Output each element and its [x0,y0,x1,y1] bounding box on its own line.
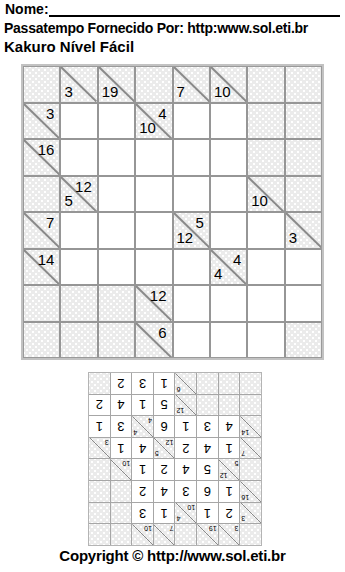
down-clue-sum: 3 [289,230,297,245]
entry-cell-r4c6: 1 [111,438,132,459]
entry-cell-r4c3: 2 [176,438,197,459]
clue-cell-r1c3: 104 [176,503,197,524]
down-clue-sum: 19 [102,84,119,99]
solution-digit: 3 [204,419,211,434]
down-clue-sum: 3 [105,439,109,446]
solution-digit: 1 [96,419,103,434]
block-cell-r1c6 [248,104,283,139]
solution-digit: 4 [161,484,168,499]
clue-cell-r5c0: 14 [24,250,59,285]
across-clue-sum: 7 [241,451,245,458]
entry-cell-r1c1: 2 [219,503,240,524]
entry-cell-r6c6: 4 [111,395,132,416]
down-clue-sum: 4 [148,417,152,424]
block-cell-r2c7 [89,481,110,502]
solution-digit: 3 [182,484,189,499]
block-cell-r2c6 [111,481,132,502]
entry-cell-r1c4: 1 [154,503,175,524]
clue-cell-r0c1: 3 [219,524,240,545]
clue-cell-r5c0: 14 [240,416,261,437]
down-clue-sum: 10 [214,84,231,99]
clue-cell-r7c3: 6 [136,323,171,358]
clue-cell-r4c0: 7 [24,213,59,248]
entry-cell-r4c2 [99,213,134,248]
solution-digit: 6 [204,484,211,499]
entry-cell-r7c5: 3 [132,373,153,394]
entry-cell-r3c3 [136,177,171,212]
down-clue-sum: 12 [177,230,194,245]
solution-digit: 4 [225,419,232,434]
across-clue-sum: 6 [177,386,181,393]
entry-cell-r7c4: 1 [154,373,175,394]
block-cell-r7c2 [197,373,218,394]
down-clue-sum: 10 [139,120,156,135]
down-clue-sum: 3 [64,84,72,99]
entry-cell-r6c4: 5 [154,395,175,416]
clue-cell-r0c4: 7 [174,67,209,102]
block-cell-r6c1 [61,286,96,321]
entry-cell-r5c4 [174,250,209,285]
entry-cell-r5c6: 3 [111,416,132,437]
solution-digit: 1 [117,441,124,456]
across-clue-sum: 4 [133,429,137,436]
solution-digit: 1 [161,506,168,521]
solution-digit: 4 [204,441,211,456]
clue-cell-r5c5: 44 [132,416,153,437]
block-cell-r2c7 [286,140,321,175]
clue-cell-r0c2: 19 [99,67,134,102]
block-cell-r2c6 [248,140,283,175]
solution-digit: 4 [139,441,146,456]
entry-cell-r7c6 [248,323,283,358]
entry-cell-r4c5: 4 [132,438,153,459]
kakuro-puzzle-grid: 31971031041651210712531444126 [21,64,324,360]
solution-digit: 1 [225,484,232,499]
solution-digit: 1 [225,441,232,456]
solution-digit: 4 [117,397,124,412]
clue-cell-r4c7: 3 [89,438,110,459]
block-cell-r1c7 [286,104,321,139]
entry-cell-r2c2: 6 [197,481,218,502]
clue-cell-r6c3: 12 [176,395,197,416]
clue-cell-r0c2: 19 [197,524,218,545]
across-clue-sum: 12 [150,288,167,303]
down-clue-sum: 10 [144,525,152,532]
block-cell-r6c1 [219,395,240,416]
across-clue-sum: 14 [38,252,55,267]
clue-cell-r4c0: 7 [240,438,261,459]
clue-cell-r5c5: 44 [211,250,246,285]
clue-cell-r3c6: 10 [111,460,132,481]
clue-cell-r2c0: 16 [24,140,59,175]
entry-cell-r2c1: 1 [219,481,240,502]
kakuro-solution-grid-rotated-180: 3197103211041316163425125421107142125413… [88,372,262,546]
across-clue-sum: 4 [158,106,166,121]
entry-cell-r3c2 [99,177,134,212]
block-cell-r6c0 [24,286,59,321]
clue-cell-r0c5: 10 [211,67,246,102]
entry-cell-r3c2: 5 [197,460,218,481]
entry-cell-r3c4 [174,177,209,212]
entry-cell-r2c3: 3 [176,481,197,502]
down-clue-sum: 19 [209,525,217,532]
solution-digit: 2 [96,397,103,412]
solution-digit: 2 [117,376,124,391]
clue-cell-r1c0: 3 [240,503,261,524]
entry-cell-r1c1 [61,104,96,139]
down-clue-sum: 10 [122,461,130,468]
entry-cell-r4c6 [248,213,283,248]
solution-digit: 2 [182,441,189,456]
entry-cell-r4c3 [136,213,171,248]
name-row: Nome: [5,2,340,17]
entry-cell-r4c1: 1 [219,438,240,459]
entry-cell-r5c7 [286,250,321,285]
entry-cell-r7c6: 2 [111,373,132,394]
entry-cell-r6c5 [211,286,246,321]
name-label: Nome: [5,2,49,17]
solution-digit: 3 [117,419,124,434]
entry-cell-r6c7 [286,286,321,321]
solution-digit: 1 [204,506,211,521]
across-clue-sum: 5 [155,451,159,458]
across-clue-sum: 4 [177,515,181,522]
entry-cell-r6c5: 1 [132,395,153,416]
entry-cell-r1c4 [174,104,209,139]
entry-cell-r6c6 [248,286,283,321]
clue-cell-r4c7: 3 [286,213,321,248]
entry-cell-r7c4 [174,323,209,358]
entry-cell-r1c2 [99,104,134,139]
down-clue-sum: 5 [64,193,72,208]
across-clue-sum: 12 [220,472,228,479]
down-clue-sum: 7 [177,84,185,99]
across-clue-sum: 16 [241,494,249,501]
across-clue-sum: 12 [75,179,92,194]
entry-cell-r5c2 [99,250,134,285]
block-cell-r7c7 [89,373,110,394]
clue-cell-r6c3: 12 [136,286,171,321]
down-clue-sum: 10 [187,504,195,511]
entry-cell-r5c6 [248,250,283,285]
block-cell-r6c2 [197,395,218,416]
down-clue-sum: 4 [214,266,222,281]
across-clue-sum: 12 [177,407,185,414]
entry-cell-r5c3: 1 [176,416,197,437]
block-cell-r7c0 [240,373,261,394]
solution-digit: 2 [161,462,168,477]
entry-cell-r2c4: 4 [154,481,175,502]
entry-cell-r2c1 [61,140,96,175]
solution-digit: 5 [161,397,168,412]
name-blank-line [49,2,340,17]
page-title: Kakuro Nível Fácil [4,38,134,55]
down-clue-sum: 3 [234,525,238,532]
clue-cell-r3c1: 512 [219,460,240,481]
entry-cell-r4c2: 4 [197,438,218,459]
block-cell-r0c0 [240,524,261,545]
block-cell-r7c0 [24,323,59,358]
clue-cell-r0c1: 3 [61,67,96,102]
down-clue-sum: 12 [166,439,174,446]
block-cell-r3c0 [240,460,261,481]
entry-cell-r2c2 [99,140,134,175]
entry-cell-r6c7: 2 [89,395,110,416]
solution-digit: 2 [139,484,146,499]
block-cell-r0c6 [111,524,132,545]
solution-digit: 3 [139,506,146,521]
across-clue-sum: 3 [241,515,245,522]
entry-cell-r1c5 [211,104,246,139]
down-clue-sum: 7 [170,525,174,532]
block-cell-r0c3 [176,524,197,545]
solution-digit: 5 [204,462,211,477]
clue-cell-r1c3: 104 [136,104,171,139]
clue-cell-r3c1: 512 [61,177,96,212]
across-clue-sum: 4 [233,252,241,267]
block-cell-r0c7 [89,524,110,545]
block-cell-r0c0 [24,67,59,102]
clue-cell-r0c5: 10 [132,524,153,545]
entry-cell-r5c2: 3 [197,416,218,437]
solution-digit: 6 [161,419,168,434]
across-clue-sum: 7 [46,215,54,230]
solution-digit: 1 [139,397,146,412]
entry-cell-r5c1: 4 [219,416,240,437]
entry-cell-r6c4 [174,286,209,321]
entry-cell-r2c4 [174,140,209,175]
clue-cell-r2c0: 16 [240,481,261,502]
solution-digit: 1 [182,419,189,434]
block-cell-r7c7 [286,323,321,358]
entry-cell-r3c4: 2 [154,460,175,481]
block-cell-r0c7 [286,67,321,102]
block-cell-r3c7 [286,177,321,212]
block-cell-r0c6 [248,67,283,102]
solution-digit: 4 [182,462,189,477]
clue-cell-r1c0: 3 [24,104,59,139]
clue-cell-r0c4: 7 [154,524,175,545]
block-cell-r3c0 [24,177,59,212]
entry-cell-r2c5 [211,140,246,175]
block-cell-r6c0 [240,395,261,416]
entry-cell-r4c1 [61,213,96,248]
entry-cell-r7c5 [211,323,246,358]
solution-digit: 3 [139,376,146,391]
block-cell-r0c3 [136,67,171,102]
block-cell-r6c2 [99,286,134,321]
entry-cell-r5c7: 1 [89,416,110,437]
entry-cell-r4c5 [211,213,246,248]
across-clue-sum: 5 [196,215,204,230]
copyright-text: Copyright © http://www.sol.eti.br [0,547,345,564]
down-clue-sum: 10 [251,193,268,208]
provider-text: Passatempo Fornecido Por: http:www.sol.e… [4,20,308,36]
entry-cell-r3c3: 4 [176,460,197,481]
entry-cell-r3c5: 1 [132,460,153,481]
entry-cell-r1c5: 3 [132,503,153,524]
solution-digit: 1 [161,376,168,391]
across-clue-sum: 3 [46,106,54,121]
across-clue-sum: 16 [38,142,55,157]
block-cell-r7c1 [61,323,96,358]
down-clue-sum: 5 [234,461,238,468]
clue-cell-r4c4: 125 [174,213,209,248]
entry-cell-r3c5 [211,177,246,212]
block-cell-r7c1 [219,373,240,394]
solution-digit: 2 [225,506,232,521]
entry-cell-r2c3 [136,140,171,175]
entry-cell-r5c1 [61,250,96,285]
across-clue-sum: 14 [241,429,249,436]
block-cell-r1c6 [111,503,132,524]
block-cell-r3c7 [89,460,110,481]
solution-digit: 1 [139,462,146,477]
entry-cell-r2c5: 2 [132,481,153,502]
across-clue-sum: 6 [158,325,166,340]
entry-cell-r1c2: 1 [197,503,218,524]
entry-cell-r5c4: 6 [154,416,175,437]
entry-cell-r5c3 [136,250,171,285]
clue-cell-r7c3: 6 [176,373,197,394]
clue-cell-r4c4: 125 [154,438,175,459]
clue-cell-r3c6: 10 [248,177,283,212]
block-cell-r1c7 [89,503,110,524]
block-cell-r7c2 [99,323,134,358]
